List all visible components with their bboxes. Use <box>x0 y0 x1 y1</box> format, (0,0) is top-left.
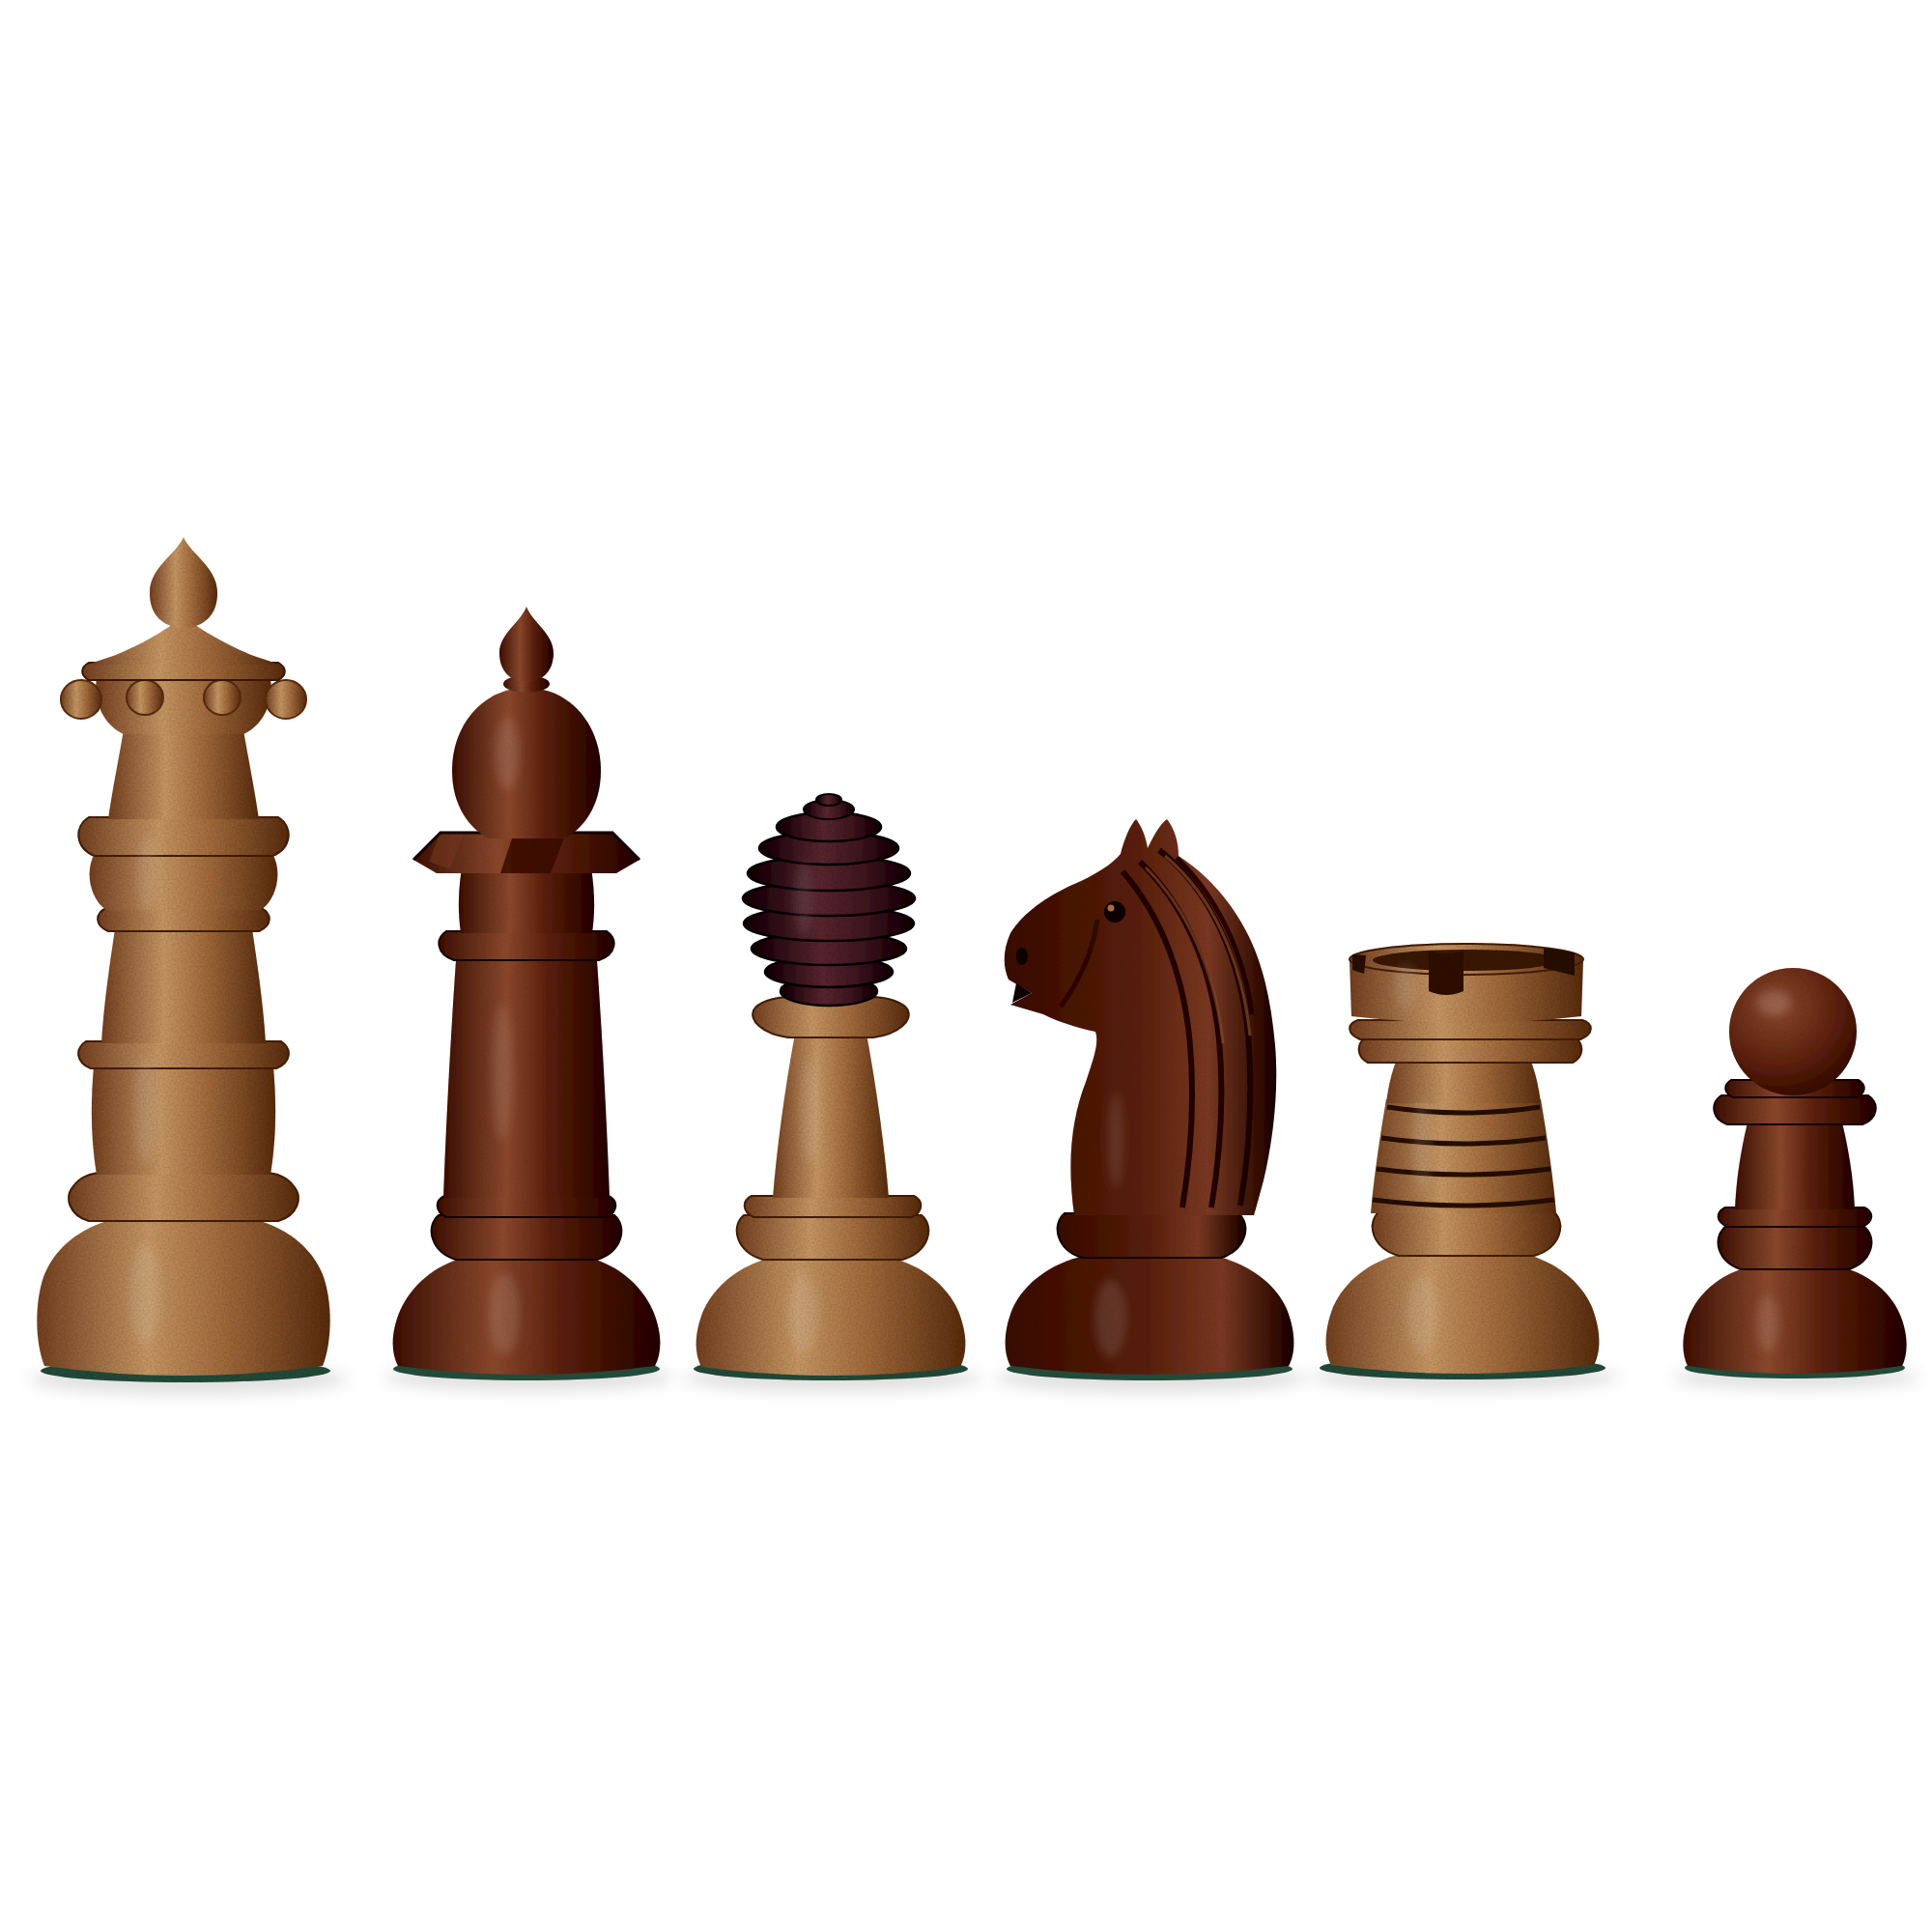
queen-bell-base <box>393 1258 661 1375</box>
king-mid-ring <box>78 1041 289 1068</box>
queen-sheen <box>495 717 520 790</box>
king-barrel <box>90 854 278 910</box>
king-crown-knob <box>127 680 163 715</box>
king-sheen <box>133 1058 156 1164</box>
queen-torus-ring <box>432 1215 622 1260</box>
rook-crenel-notch <box>1429 951 1463 995</box>
queen-body-cylinder <box>459 867 594 933</box>
queen-stem-cone <box>443 960 610 1198</box>
pawn-thin-ring <box>1719 1207 1872 1227</box>
queen-thin-ring <box>438 1196 616 1217</box>
queen-sheen <box>489 1273 520 1354</box>
pawn-bell-base <box>1683 1267 1906 1374</box>
king-sheen <box>129 1244 160 1345</box>
king-crown-knob <box>204 680 241 715</box>
king-disc-rim <box>82 663 285 680</box>
king-shoulder-collar <box>69 1173 298 1221</box>
knight-eye <box>1104 901 1125 923</box>
beehive-button-top <box>816 794 841 806</box>
rook-neck <box>1386 1059 1541 1103</box>
rook-bell-base <box>1326 1254 1600 1374</box>
rook-torus-ring <box>1373 1211 1561 1256</box>
bishop-torus-ring <box>737 1215 929 1260</box>
pawn-collar-disc <box>1714 1095 1875 1124</box>
knight-sheen <box>1108 1092 1123 1188</box>
king-torus-ring <box>78 817 288 856</box>
pawn-torus-ring <box>1719 1227 1872 1269</box>
bishop-thin-ring <box>745 1196 922 1217</box>
rook-sheen <box>1412 1098 1432 1191</box>
king-lower-cone <box>92 1066 275 1175</box>
king-crown-knob <box>266 680 306 719</box>
rook-flange-upper <box>1350 1020 1591 1039</box>
king-upper-cone <box>101 929 266 1043</box>
bishop-bell-base <box>696 1258 966 1376</box>
queen-sheen <box>492 1005 513 1140</box>
beehive-sheen <box>794 860 813 937</box>
rook-sheen <box>1406 1275 1437 1352</box>
chess-pieces-photo <box>0 0 1932 1932</box>
queen-dome <box>452 688 601 838</box>
king-bell-base <box>37 1219 329 1376</box>
king-crown-knob <box>61 680 101 719</box>
knight-eye-glint <box>1108 905 1115 912</box>
bishop-sheen <box>788 1273 819 1354</box>
knight-nostril <box>1016 948 1028 965</box>
pawn-sheen <box>1756 1294 1779 1352</box>
king-crown-cup <box>96 678 270 734</box>
rook-grooved-cone <box>1371 1099 1556 1213</box>
pawn-ball-glint <box>1756 990 1791 1015</box>
king-sheen <box>137 836 156 913</box>
rook-flange-lower <box>1359 1037 1582 1063</box>
king-waist <box>108 730 259 819</box>
knight-collar-ring <box>1058 1213 1246 1258</box>
bishop-sheen <box>800 1058 819 1164</box>
knight-sheen <box>1095 1280 1126 1357</box>
pawn-ball-finial <box>1729 968 1857 1095</box>
king-thin-ring <box>98 908 270 931</box>
photo-canvas <box>0 0 1932 1932</box>
knight-bell-base <box>1006 1256 1294 1375</box>
pawn-stem <box>1735 1122 1855 1209</box>
rook-sheen <box>1394 964 1417 1010</box>
white-background <box>0 0 1932 1932</box>
queen-flange <box>439 931 613 960</box>
